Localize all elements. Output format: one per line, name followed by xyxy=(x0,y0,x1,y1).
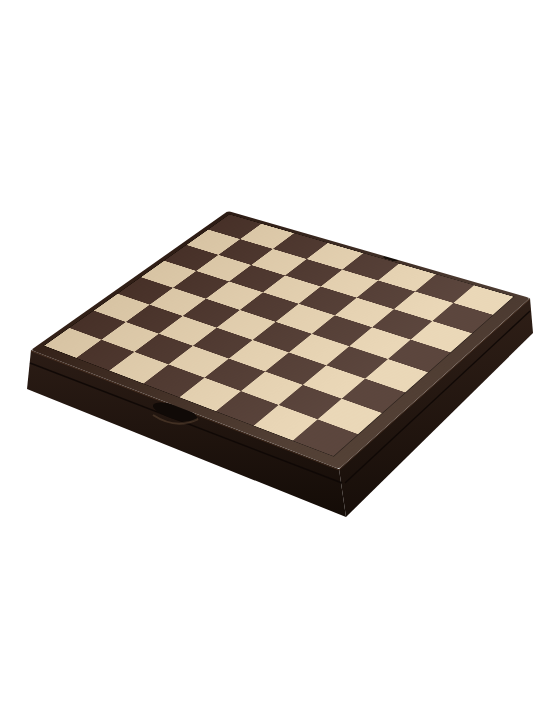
chess-box-product-photo xyxy=(0,0,540,720)
